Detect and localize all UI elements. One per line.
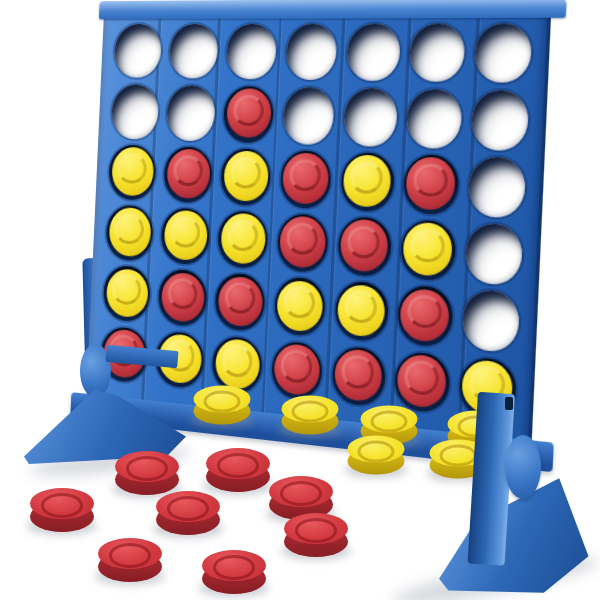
cell-r1c4[interactable] [281, 22, 341, 83]
yellow-checker [105, 267, 148, 318]
occupied-hole [397, 285, 454, 348]
cell-r2c4[interactable] [279, 85, 339, 147]
red-checker [405, 157, 456, 211]
red-checker [279, 216, 327, 269]
cell-r2c7[interactable] [467, 88, 533, 153]
connect-four-board [86, 5, 552, 456]
cell-r1c3[interactable] [223, 22, 281, 82]
disc-ring [217, 453, 259, 477]
yellow-checker [337, 283, 386, 337]
empty-hole [114, 24, 162, 79]
cell-r2c6[interactable] [402, 87, 466, 151]
cell-r4c4[interactable] [273, 211, 333, 275]
cell-r5c5[interactable] [330, 279, 392, 345]
cell-r4c7[interactable] [461, 221, 527, 288]
stand-right-pivot-knob [505, 435, 541, 499]
cell-r5c6[interactable] [393, 283, 457, 350]
loose-red-disc[interactable] [156, 491, 220, 535]
cell-r1c1[interactable] [111, 22, 166, 80]
cell-r4c5[interactable] [333, 214, 395, 279]
red-checker [334, 348, 383, 403]
red-checker [282, 152, 330, 204]
empty-hole [343, 88, 398, 147]
disc-ring [203, 390, 241, 412]
occupied-hole [279, 150, 332, 209]
occupied-hole [400, 220, 457, 282]
loose-red-disc[interactable] [115, 451, 179, 495]
yellow-checker [163, 210, 208, 261]
occupied-hole [276, 213, 329, 273]
cell-r1c2[interactable] [166, 22, 223, 81]
red-checker [160, 271, 205, 323]
empty-hole [474, 23, 533, 83]
occupied-hole [158, 269, 208, 328]
occupied-hole [270, 340, 323, 402]
yellow-checker [111, 147, 154, 196]
cell-r5c3[interactable] [211, 271, 269, 335]
loose-red-disc[interactable] [30, 488, 94, 532]
occupied-hole [340, 152, 395, 212]
occupied-hole [331, 345, 386, 408]
loose-red-disc[interactable] [206, 448, 270, 492]
empty-hole [465, 223, 523, 286]
red-checker [217, 275, 263, 328]
cell-r5c4[interactable] [270, 275, 330, 340]
disc-ring [439, 444, 477, 466]
yellow-checker [108, 207, 151, 257]
cell-r4c6[interactable] [396, 218, 460, 284]
red-checker [340, 219, 389, 273]
occupied-hole [273, 277, 326, 338]
cell-r5c2[interactable] [155, 267, 211, 330]
loose-yellow-disc[interactable] [348, 436, 405, 475]
occupied-hole [215, 273, 266, 333]
yellow-checker [343, 154, 392, 207]
cell-r1c6[interactable] [405, 21, 469, 84]
cell-r2c3[interactable] [220, 84, 278, 145]
empty-hole [226, 24, 277, 80]
red-checker [226, 88, 272, 138]
cell-r3c3[interactable] [217, 146, 275, 208]
connect-four-scene [0, 0, 600, 600]
disc-ring [126, 456, 168, 480]
cell-r5c7[interactable] [458, 287, 524, 355]
loose-yellow-disc[interactable] [194, 386, 251, 425]
occupied-hole [218, 210, 269, 269]
red-checker [166, 149, 211, 199]
occupied-hole [334, 281, 389, 343]
occupied-hole [403, 154, 460, 215]
disc-ring [291, 400, 329, 422]
yellow-checker [223, 150, 269, 201]
cell-r4c3[interactable] [214, 209, 272, 272]
empty-hole [406, 89, 463, 149]
cell-r5c1[interactable] [100, 263, 155, 325]
occupied-hole [108, 144, 156, 200]
cell-r2c5[interactable] [339, 86, 401, 149]
disc-ring [295, 518, 337, 542]
occupied-hole [223, 86, 274, 143]
yellow-checker [220, 213, 266, 265]
empty-hole [346, 23, 401, 81]
empty-hole [471, 90, 530, 151]
loose-red-disc[interactable] [202, 550, 266, 594]
occupied-hole [103, 265, 151, 323]
yellow-checker [276, 279, 324, 333]
empty-hole [285, 23, 338, 80]
empty-hole [169, 24, 219, 79]
cell-r3c1[interactable] [105, 143, 160, 203]
red-checker [397, 353, 448, 409]
cell-r2c1[interactable] [108, 82, 163, 141]
yellow-checker [402, 222, 453, 277]
occupied-hole [161, 208, 211, 266]
disc-ring [370, 410, 408, 432]
disc-ring [167, 496, 209, 520]
disc-ring [213, 555, 255, 579]
disc-ring [357, 440, 395, 462]
loose-red-disc[interactable] [98, 538, 162, 582]
cell-r3c2[interactable] [160, 144, 216, 205]
cell-r4c2[interactable] [157, 206, 213, 268]
loose-yellow-disc[interactable] [282, 396, 339, 435]
cell-r1c5[interactable] [342, 22, 404, 84]
cell-r3c6[interactable] [399, 152, 463, 217]
empty-hole [166, 85, 216, 141]
cell-r1c7[interactable] [470, 21, 536, 85]
red-checker [400, 287, 451, 342]
empty-hole [282, 87, 335, 145]
empty-hole [409, 23, 466, 82]
occupied-hole [337, 216, 392, 277]
occupied-hole [163, 146, 213, 203]
cell-r3c4[interactable] [276, 148, 336, 211]
stand-screw-slot [505, 397, 513, 410]
empty-hole [461, 289, 519, 353]
empty-hole [468, 156, 527, 218]
cell-r6c4[interactable] [267, 338, 327, 404]
disc-ring [41, 493, 83, 517]
cell-r2c2[interactable] [163, 83, 219, 143]
occupied-hole [106, 205, 154, 262]
yellow-checker [214, 337, 260, 390]
cell-r3c7[interactable] [464, 154, 530, 220]
disc-ring [280, 481, 322, 505]
red-checker [273, 342, 321, 396]
loose-red-disc[interactable] [284, 513, 348, 557]
occupied-hole [220, 148, 271, 206]
cell-r4c1[interactable] [102, 203, 157, 264]
cell-r3c5[interactable] [336, 150, 398, 214]
empty-hole [111, 84, 159, 139]
disc-ring [109, 543, 151, 567]
